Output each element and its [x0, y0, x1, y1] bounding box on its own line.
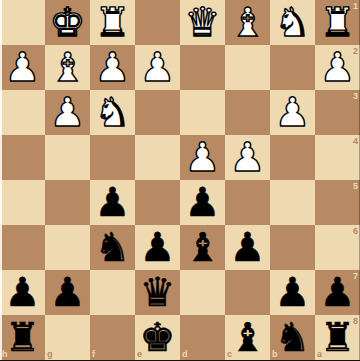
chess-board: ♚♜♛♝♞♜1♟♝♟♟♟2♟♞♟3♟♟4♟♟5♞♟♝♟6♟♟♛♟♟7♜hgf♚e… — [0, 0, 360, 360]
square-f3[interactable]: ♞ — [90, 90, 135, 135]
square-f7[interactable] — [90, 270, 135, 315]
black-knight[interactable]: ♞ — [90, 225, 135, 270]
rank-label-6: 6 — [353, 227, 358, 236]
square-d1[interactable]: ♛ — [180, 0, 225, 45]
square-f4[interactable] — [90, 135, 135, 180]
square-e1[interactable] — [135, 0, 180, 45]
square-g7[interactable]: ♟ — [45, 270, 90, 315]
square-h6[interactable] — [0, 225, 45, 270]
square-g4[interactable] — [45, 135, 90, 180]
black-bishop[interactable]: ♝ — [225, 315, 270, 360]
white-knight[interactable]: ♞ — [270, 0, 315, 45]
white-king[interactable]: ♚ — [45, 0, 90, 45]
square-a2[interactable]: ♟2 — [315, 45, 360, 90]
square-c8[interactable]: ♝c — [225, 315, 270, 360]
square-g2[interactable]: ♝ — [45, 45, 90, 90]
square-g3[interactable]: ♟ — [45, 90, 90, 135]
white-pawn[interactable]: ♟ — [135, 45, 180, 90]
square-f6[interactable]: ♞ — [90, 225, 135, 270]
white-rook[interactable]: ♜ — [90, 0, 135, 45]
white-pawn[interactable]: ♟ — [90, 45, 135, 90]
black-pawn[interactable]: ♟ — [180, 180, 225, 225]
square-e2[interactable]: ♟ — [135, 45, 180, 90]
square-h2[interactable]: ♟ — [0, 45, 45, 90]
square-e3[interactable] — [135, 90, 180, 135]
black-pawn[interactable]: ♟ — [45, 270, 90, 315]
square-c7[interactable] — [225, 270, 270, 315]
black-rook[interactable]: ♜ — [0, 315, 45, 360]
square-a7[interactable]: ♟7 — [315, 270, 360, 315]
white-knight[interactable]: ♞ — [90, 90, 135, 135]
white-queen[interactable]: ♛ — [180, 0, 225, 45]
square-g6[interactable] — [45, 225, 90, 270]
square-h7[interactable]: ♟ — [0, 270, 45, 315]
square-b6[interactable] — [270, 225, 315, 270]
square-c5[interactable] — [225, 180, 270, 225]
board-frame: ♚♜♛♝♞♜1♟♝♟♟♟2♟♞♟3♟♟4♟♟5♞♟♝♟6♟♟♛♟♟7♜hgf♚e… — [0, 0, 360, 361]
square-e7[interactable]: ♛ — [135, 270, 180, 315]
black-rook[interactable]: ♜ — [315, 315, 360, 360]
square-c6[interactable]: ♟ — [225, 225, 270, 270]
white-pawn[interactable]: ♟ — [0, 45, 45, 90]
file-label-f: f — [92, 350, 95, 359]
square-h4[interactable] — [0, 135, 45, 180]
rank-label-3: 3 — [353, 92, 358, 101]
square-f2[interactable]: ♟ — [90, 45, 135, 90]
square-d5[interactable]: ♟ — [180, 180, 225, 225]
square-c3[interactable] — [225, 90, 270, 135]
square-e6[interactable]: ♟ — [135, 225, 180, 270]
rank-label-5: 5 — [353, 182, 358, 191]
square-b3[interactable]: ♟ — [270, 90, 315, 135]
file-label-d: d — [182, 350, 188, 359]
square-f5[interactable]: ♟ — [90, 180, 135, 225]
square-a3[interactable]: 3 — [315, 90, 360, 135]
square-b1[interactable]: ♞ — [270, 0, 315, 45]
square-h1[interactable] — [0, 0, 45, 45]
white-pawn[interactable]: ♟ — [45, 90, 90, 135]
black-pawn[interactable]: ♟ — [225, 225, 270, 270]
square-d7[interactable] — [180, 270, 225, 315]
square-h5[interactable] — [0, 180, 45, 225]
black-knight[interactable]: ♞ — [270, 315, 315, 360]
white-pawn[interactable]: ♟ — [180, 135, 225, 180]
square-a6[interactable]: 6 — [315, 225, 360, 270]
square-f1[interactable]: ♜ — [90, 0, 135, 45]
square-b5[interactable] — [270, 180, 315, 225]
square-b4[interactable] — [270, 135, 315, 180]
black-queen[interactable]: ♛ — [135, 270, 180, 315]
square-b7[interactable]: ♟ — [270, 270, 315, 315]
black-king[interactable]: ♚ — [135, 315, 180, 360]
square-e8[interactable]: ♚e — [135, 315, 180, 360]
square-g1[interactable]: ♚ — [45, 0, 90, 45]
square-b8[interactable]: ♞b — [270, 315, 315, 360]
square-a8[interactable]: ♜8a — [315, 315, 360, 360]
square-g8[interactable]: g — [45, 315, 90, 360]
square-c2[interactable] — [225, 45, 270, 90]
square-c1[interactable]: ♝ — [225, 0, 270, 45]
black-pawn[interactable]: ♟ — [90, 180, 135, 225]
black-pawn[interactable]: ♟ — [270, 270, 315, 315]
square-c4[interactable]: ♟ — [225, 135, 270, 180]
black-pawn[interactable]: ♟ — [0, 270, 45, 315]
black-pawn[interactable]: ♟ — [135, 225, 180, 270]
square-h8[interactable]: ♜h — [0, 315, 45, 360]
rank-label-4: 4 — [353, 137, 358, 146]
square-e4[interactable] — [135, 135, 180, 180]
square-d2[interactable] — [180, 45, 225, 90]
white-pawn[interactable]: ♟ — [315, 45, 360, 90]
square-d6[interactable]: ♝ — [180, 225, 225, 270]
white-pawn[interactable]: ♟ — [270, 90, 315, 135]
white-bishop[interactable]: ♝ — [45, 45, 90, 90]
black-bishop[interactable]: ♝ — [180, 225, 225, 270]
square-b2[interactable] — [270, 45, 315, 90]
square-d4[interactable]: ♟ — [180, 135, 225, 180]
square-d3[interactable] — [180, 90, 225, 135]
square-d8[interactable]: d — [180, 315, 225, 360]
square-a1[interactable]: ♜1 — [315, 0, 360, 45]
square-a4[interactable]: 4 — [315, 135, 360, 180]
square-g5[interactable] — [45, 180, 90, 225]
square-f8[interactable]: f — [90, 315, 135, 360]
square-h3[interactable] — [0, 90, 45, 135]
white-rook[interactable]: ♜ — [315, 0, 360, 45]
square-e5[interactable] — [135, 180, 180, 225]
file-label-g: g — [47, 350, 53, 359]
black-pawn[interactable]: ♟ — [315, 270, 360, 315]
white-pawn[interactable]: ♟ — [225, 135, 270, 180]
square-a5[interactable]: 5 — [315, 180, 360, 225]
white-bishop[interactable]: ♝ — [225, 0, 270, 45]
